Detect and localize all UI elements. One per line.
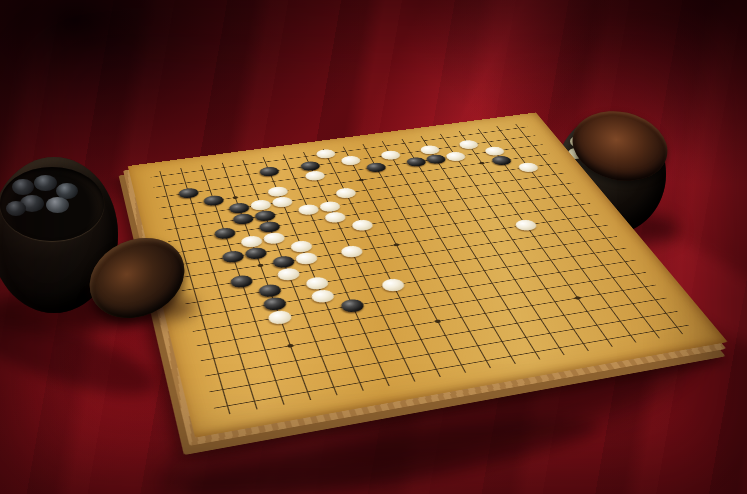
stone-white xyxy=(323,211,348,224)
stone-white xyxy=(266,309,293,325)
stone-black xyxy=(244,246,269,260)
stone-black xyxy=(227,202,250,215)
stone-white xyxy=(289,240,314,254)
stone-black xyxy=(213,227,237,240)
stone-white xyxy=(276,267,302,282)
stone-white xyxy=(266,186,289,198)
stone-white xyxy=(339,155,362,166)
stone-black xyxy=(257,220,281,233)
stone-black xyxy=(229,274,255,289)
stone-white xyxy=(318,200,342,213)
black-stone-in-bowl xyxy=(34,175,57,191)
stone-black xyxy=(339,298,366,314)
black-stone-in-bowl xyxy=(46,197,69,213)
stone-black xyxy=(299,160,322,171)
stone-white xyxy=(516,162,541,173)
stone-black xyxy=(404,156,428,167)
stone-white xyxy=(350,219,375,232)
stone-black xyxy=(271,255,296,269)
stone-black xyxy=(253,209,277,222)
stone-white xyxy=(380,278,407,293)
stone-white xyxy=(444,151,468,162)
stone-black xyxy=(257,283,283,298)
black-stone-in-bowl xyxy=(6,201,26,216)
stone-black xyxy=(177,187,200,199)
stone-white xyxy=(315,148,338,159)
stone-white xyxy=(339,245,365,259)
stone-white xyxy=(294,251,320,265)
stone-white xyxy=(271,196,295,208)
go-photo-scene xyxy=(0,0,747,494)
stone-white xyxy=(483,146,507,157)
stone-black xyxy=(258,166,281,177)
stone-black xyxy=(231,213,255,226)
stone-white xyxy=(304,276,330,291)
stone-white xyxy=(249,199,273,211)
stone-black xyxy=(365,162,388,173)
stone-white xyxy=(379,150,402,161)
stone-white xyxy=(513,219,539,232)
stone-white xyxy=(304,170,327,182)
stone-white xyxy=(418,144,441,155)
stone-white xyxy=(309,289,336,304)
stone-black xyxy=(262,296,289,312)
stone-white xyxy=(262,232,287,246)
stone-black xyxy=(202,194,225,206)
stone-black xyxy=(489,155,513,166)
stone-black xyxy=(424,154,448,165)
stone-white xyxy=(297,203,321,216)
stone-white xyxy=(239,235,264,249)
stone-white xyxy=(334,187,358,199)
black-stone-in-bowl xyxy=(12,179,34,195)
stone-black xyxy=(221,250,246,264)
stone-white xyxy=(457,139,480,150)
